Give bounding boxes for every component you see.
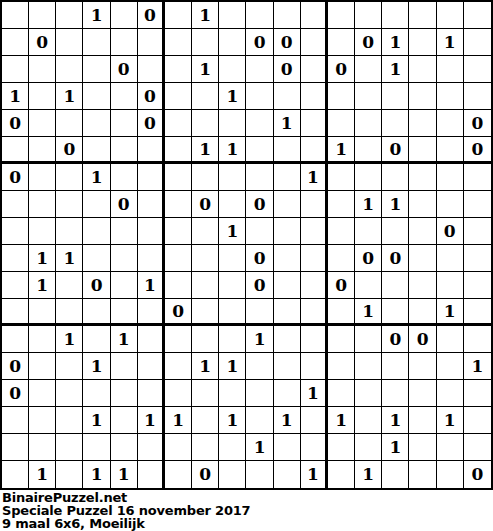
cell-r13c7[interactable] <box>165 326 192 353</box>
cell-r8c7[interactable] <box>165 191 192 218</box>
cell-r15c1: 0 <box>2 380 29 407</box>
cell-r11c16[interactable] <box>409 272 436 299</box>
cell-r9c18[interactable] <box>464 218 491 245</box>
cell-r13c17[interactable] <box>437 326 464 353</box>
cell-r15c8[interactable] <box>192 380 219 407</box>
cell-r7c7[interactable] <box>165 164 192 191</box>
cell-r15c13[interactable] <box>328 380 355 407</box>
cell-r3c12[interactable] <box>301 56 328 83</box>
cell-r2c10: 0 <box>246 29 273 56</box>
cell-r4c15[interactable] <box>382 83 409 110</box>
cell-r18c3[interactable] <box>56 461 83 488</box>
cell-r5c16[interactable] <box>409 110 436 137</box>
cell-r7c16[interactable] <box>409 164 436 191</box>
cell-r11c11[interactable] <box>274 272 301 299</box>
cell-r1c15[interactable] <box>382 2 409 29</box>
cell-r4c12[interactable] <box>301 83 328 110</box>
cell-r2c13[interactable] <box>328 29 355 56</box>
cell-r5c8[interactable] <box>192 110 219 137</box>
cell-r16c4: 1 <box>83 407 110 434</box>
cell-r14c17[interactable] <box>437 353 464 380</box>
cell-r9c12[interactable] <box>301 218 328 245</box>
cell-r7c6[interactable] <box>138 164 165 191</box>
cell-r2c16[interactable] <box>409 29 436 56</box>
cell-r14c12[interactable] <box>301 353 328 380</box>
cell-r9c17: 0 <box>437 218 464 245</box>
cell-r14c14[interactable] <box>355 353 382 380</box>
cell-r9c4[interactable] <box>83 218 110 245</box>
cell-r10c6[interactable] <box>138 245 165 272</box>
cell-r10c17[interactable] <box>437 245 464 272</box>
cell-r7c4: 1 <box>83 164 110 191</box>
cell-r6c11[interactable] <box>274 137 301 164</box>
cell-r3c14[interactable] <box>355 56 382 83</box>
cell-r18c6[interactable] <box>138 461 165 488</box>
cell-r16c12[interactable] <box>301 407 328 434</box>
cell-r11c14[interactable] <box>355 272 382 299</box>
cell-r10c4[interactable] <box>83 245 110 272</box>
cell-r1c10[interactable] <box>246 2 273 29</box>
cell-r17c7[interactable] <box>165 434 192 461</box>
cell-r17c4[interactable] <box>83 434 110 461</box>
cell-r12c16[interactable] <box>409 299 436 326</box>
cell-r5c15[interactable] <box>382 110 409 137</box>
cell-r5c5[interactable] <box>111 110 138 137</box>
cell-r10c12[interactable] <box>301 245 328 272</box>
cell-r14c15[interactable] <box>382 353 409 380</box>
cell-r16c18[interactable] <box>464 407 491 434</box>
cell-r1c8: 1 <box>192 2 219 29</box>
cell-r3c17[interactable] <box>437 56 464 83</box>
cell-r17c1[interactable] <box>2 434 29 461</box>
cell-r12c11[interactable] <box>274 299 301 326</box>
cell-r1c16[interactable] <box>409 2 436 29</box>
cell-r15c11[interactable] <box>274 380 301 407</box>
cell-r6c4[interactable] <box>83 137 110 164</box>
cell-r13c9[interactable] <box>219 326 246 353</box>
cell-r4c7[interactable] <box>165 83 192 110</box>
cell-r8c11[interactable] <box>274 191 301 218</box>
cell-r12c6[interactable] <box>138 299 165 326</box>
cell-r16c8[interactable] <box>192 407 219 434</box>
cell-r6c6[interactable] <box>138 137 165 164</box>
cell-r1c12[interactable] <box>301 2 328 29</box>
cell-r8c2[interactable] <box>29 191 56 218</box>
cell-r17c18[interactable] <box>464 434 491 461</box>
cell-r7c14[interactable] <box>355 164 382 191</box>
cell-r2c3[interactable] <box>56 29 83 56</box>
cell-r12c9[interactable] <box>219 299 246 326</box>
cell-r2c15: 1 <box>382 29 409 56</box>
cell-r15c6[interactable] <box>138 380 165 407</box>
cell-r1c13[interactable] <box>328 2 355 29</box>
cell-r11c4: 0 <box>83 272 110 299</box>
footer: BinairePuzzel.net Speciale Puzzel 16 nov… <box>0 490 493 530</box>
cell-r9c8[interactable] <box>192 218 219 245</box>
cell-r1c11[interactable] <box>274 2 301 29</box>
cell-r3c6[interactable] <box>138 56 165 83</box>
cell-r15c17[interactable] <box>437 380 464 407</box>
cell-r8c5: 0 <box>111 191 138 218</box>
cell-r17c12[interactable] <box>301 434 328 461</box>
cell-r17c13[interactable] <box>328 434 355 461</box>
cell-r3c1[interactable] <box>2 56 29 83</box>
cell-r9c1[interactable] <box>2 218 29 245</box>
cell-r2c12[interactable] <box>301 29 328 56</box>
cell-r10c18[interactable] <box>464 245 491 272</box>
cell-r1c3[interactable] <box>56 2 83 29</box>
cell-r17c2[interactable] <box>29 434 56 461</box>
cell-r8c15: 1 <box>382 191 409 218</box>
cell-r16c10[interactable] <box>246 407 273 434</box>
cell-r5c17[interactable] <box>437 110 464 137</box>
cell-r4c17[interactable] <box>437 83 464 110</box>
cell-r14c10[interactable] <box>246 353 273 380</box>
cell-r4c4[interactable] <box>83 83 110 110</box>
cell-r9c10[interactable] <box>246 218 273 245</box>
cell-r8c18[interactable] <box>464 191 491 218</box>
cell-r7c15[interactable] <box>382 164 409 191</box>
cell-r11c6: 1 <box>138 272 165 299</box>
cell-r17c8[interactable] <box>192 434 219 461</box>
cell-r3c5: 0 <box>111 56 138 83</box>
cell-r10c5[interactable] <box>111 245 138 272</box>
cell-r10c10: 0 <box>246 245 273 272</box>
cell-r4c14[interactable] <box>355 83 382 110</box>
cell-r14c16[interactable] <box>409 353 436 380</box>
cell-r15c7[interactable] <box>165 380 192 407</box>
cell-r10c9[interactable] <box>219 245 246 272</box>
cell-r11c10: 0 <box>246 272 273 299</box>
cell-r3c15: 1 <box>382 56 409 83</box>
cell-r16c16[interactable] <box>409 407 436 434</box>
cell-r16c11: 1 <box>274 407 301 434</box>
cell-r14c18: 1 <box>464 353 491 380</box>
cell-r1c14[interactable] <box>355 2 382 29</box>
cell-r12c2[interactable] <box>29 299 56 326</box>
cell-r4c5[interactable] <box>111 83 138 110</box>
cell-r2c4[interactable] <box>83 29 110 56</box>
cell-r1c6: 0 <box>138 2 165 29</box>
cell-r14c6[interactable] <box>138 353 165 380</box>
cell-r5c13[interactable] <box>328 110 355 137</box>
cell-r11c7[interactable] <box>165 272 192 299</box>
cell-r4c18[interactable] <box>464 83 491 110</box>
cell-r18c17[interactable] <box>437 461 464 488</box>
cell-r7c13[interactable] <box>328 164 355 191</box>
cell-r18c1[interactable] <box>2 461 29 488</box>
cell-r3c8: 1 <box>192 56 219 83</box>
cell-r4c13[interactable] <box>328 83 355 110</box>
cell-r6c7[interactable] <box>165 137 192 164</box>
cell-r12c8[interactable] <box>192 299 219 326</box>
cell-r3c10[interactable] <box>246 56 273 83</box>
cell-r16c3[interactable] <box>56 407 83 434</box>
cell-r1c9[interactable] <box>219 2 246 29</box>
cell-r18c16[interactable] <box>409 461 436 488</box>
cell-r13c10: 1 <box>246 326 273 353</box>
cell-r9c14[interactable] <box>355 218 382 245</box>
cell-r10c7[interactable] <box>165 245 192 272</box>
cell-r13c15: 0 <box>382 326 409 353</box>
cell-r16c5[interactable] <box>111 407 138 434</box>
cell-r2c6[interactable] <box>138 29 165 56</box>
cell-r13c14[interactable] <box>355 326 382 353</box>
cell-r10c13[interactable] <box>328 245 355 272</box>
cell-r10c2: 1 <box>29 245 56 272</box>
cell-r18c15[interactable] <box>382 461 409 488</box>
cell-r7c12: 1 <box>301 164 328 191</box>
cell-r4c1: 1 <box>2 83 29 110</box>
cell-r15c10[interactable] <box>246 380 273 407</box>
cell-r13c6[interactable] <box>138 326 165 353</box>
cell-r9c15[interactable] <box>382 218 409 245</box>
cell-r5c3[interactable] <box>56 110 83 137</box>
cell-r13c11[interactable] <box>274 326 301 353</box>
cell-r2c11: 0 <box>274 29 301 56</box>
cell-r6c12[interactable] <box>301 137 328 164</box>
cell-r5c10[interactable] <box>246 110 273 137</box>
cell-r4c16[interactable] <box>409 83 436 110</box>
cell-r16c1[interactable] <box>2 407 29 434</box>
cell-r15c18[interactable] <box>464 380 491 407</box>
cell-r2c2: 0 <box>29 29 56 56</box>
cell-r9c16[interactable] <box>409 218 436 245</box>
cell-r12c15[interactable] <box>382 299 409 326</box>
cell-r14c2[interactable] <box>29 353 56 380</box>
cell-r13c2[interactable] <box>29 326 56 353</box>
cell-r4c8[interactable] <box>192 83 219 110</box>
cell-r18c8: 0 <box>192 461 219 488</box>
cell-r8c3[interactable] <box>56 191 83 218</box>
cell-r18c12: 1 <box>301 461 328 488</box>
cell-r15c9[interactable] <box>219 380 246 407</box>
cell-r3c4[interactable] <box>83 56 110 83</box>
cell-r13c1[interactable] <box>2 326 29 353</box>
cell-r12c14: 1 <box>355 299 382 326</box>
cell-r10c3: 1 <box>56 245 83 272</box>
cell-r14c8: 1 <box>192 353 219 380</box>
cell-r6c8: 1 <box>192 137 219 164</box>
cell-r14c7[interactable] <box>165 353 192 380</box>
cell-r1c7[interactable] <box>165 2 192 29</box>
cell-r15c3[interactable] <box>56 380 83 407</box>
cell-r7c5[interactable] <box>111 164 138 191</box>
cell-r8c13[interactable] <box>328 191 355 218</box>
cell-r18c14: 1 <box>355 461 382 488</box>
cell-r13c16: 0 <box>409 326 436 353</box>
cell-r12c3[interactable] <box>56 299 83 326</box>
cell-r11c17[interactable] <box>437 272 464 299</box>
cell-r16c15: 1 <box>382 407 409 434</box>
cell-r1c4: 1 <box>83 2 110 29</box>
cell-r7c3[interactable] <box>56 164 83 191</box>
cell-r11c9[interactable] <box>219 272 246 299</box>
cell-r5c2[interactable] <box>29 110 56 137</box>
cell-r2c18[interactable] <box>464 29 491 56</box>
cell-r14c13[interactable] <box>328 353 355 380</box>
cell-r5c7[interactable] <box>165 110 192 137</box>
cell-r7c8[interactable] <box>192 164 219 191</box>
cell-r18c9[interactable] <box>219 461 246 488</box>
cell-r12c17: 1 <box>437 299 464 326</box>
cell-r11c15[interactable] <box>382 272 409 299</box>
cell-r2c9[interactable] <box>219 29 246 56</box>
cell-r2c1[interactable] <box>2 29 29 56</box>
cell-r17c17[interactable] <box>437 434 464 461</box>
cell-r8c16[interactable] <box>409 191 436 218</box>
cell-r15c5[interactable] <box>111 380 138 407</box>
cell-r1c1[interactable] <box>2 2 29 29</box>
cell-r16c2[interactable] <box>29 407 56 434</box>
cell-r11c12[interactable] <box>301 272 328 299</box>
cell-r11c1[interactable] <box>2 272 29 299</box>
cell-r6c16[interactable] <box>409 137 436 164</box>
cell-r13c8[interactable] <box>192 326 219 353</box>
cell-r15c12: 1 <box>301 380 328 407</box>
cell-r8c10: 0 <box>246 191 273 218</box>
cell-r6c10[interactable] <box>246 137 273 164</box>
cell-r7c10[interactable] <box>246 164 273 191</box>
cell-r8c1[interactable] <box>2 191 29 218</box>
cell-r14c4: 1 <box>83 353 110 380</box>
cell-r16c14[interactable] <box>355 407 382 434</box>
cell-r3c18[interactable] <box>464 56 491 83</box>
cell-r2c5[interactable] <box>111 29 138 56</box>
cell-r11c3[interactable] <box>56 272 83 299</box>
cell-r4c10[interactable] <box>246 83 273 110</box>
cell-r4c2[interactable] <box>29 83 56 110</box>
cell-r6c14[interactable] <box>355 137 382 164</box>
cell-r18c13[interactable] <box>328 461 355 488</box>
cell-r4c6: 0 <box>138 83 165 110</box>
cell-r10c8[interactable] <box>192 245 219 272</box>
cell-r2c8[interactable] <box>192 29 219 56</box>
cell-r10c14: 0 <box>355 245 382 272</box>
cell-r17c3[interactable] <box>56 434 83 461</box>
cell-r9c7[interactable] <box>165 218 192 245</box>
cell-r12c4[interactable] <box>83 299 110 326</box>
cell-r18c11[interactable] <box>274 461 301 488</box>
cell-r9c2[interactable] <box>29 218 56 245</box>
cell-r8c9[interactable] <box>219 191 246 218</box>
cell-r7c1: 0 <box>2 164 29 191</box>
cell-r7c2[interactable] <box>29 164 56 191</box>
cell-r1c5[interactable] <box>111 2 138 29</box>
cell-r13c4[interactable] <box>83 326 110 353</box>
cell-r6c1[interactable] <box>2 137 29 164</box>
cell-r11c18[interactable] <box>464 272 491 299</box>
cell-r14c5[interactable] <box>111 353 138 380</box>
cell-r9c5[interactable] <box>111 218 138 245</box>
cell-r16c6: 1 <box>138 407 165 434</box>
cell-r18c7[interactable] <box>165 461 192 488</box>
cell-r12c12[interactable] <box>301 299 328 326</box>
cell-r12c18[interactable] <box>464 299 491 326</box>
cell-r11c5[interactable] <box>111 272 138 299</box>
cell-r11c8[interactable] <box>192 272 219 299</box>
cell-r16c17: 1 <box>437 407 464 434</box>
cell-r8c8: 0 <box>192 191 219 218</box>
cell-r15c14[interactable] <box>355 380 382 407</box>
board: 1010000110100111010010011100011000111011… <box>0 0 493 490</box>
cell-r10c1[interactable] <box>2 245 29 272</box>
cell-r5c12[interactable] <box>301 110 328 137</box>
cell-r8c12[interactable] <box>301 191 328 218</box>
cell-r13c12[interactable] <box>301 326 328 353</box>
cell-r6c2[interactable] <box>29 137 56 164</box>
cell-r12c1[interactable] <box>2 299 29 326</box>
cell-r17c10: 1 <box>246 434 273 461</box>
cell-r6c17[interactable] <box>437 137 464 164</box>
cell-r10c15: 0 <box>382 245 409 272</box>
cell-r10c16[interactable] <box>409 245 436 272</box>
cell-r17c16[interactable] <box>409 434 436 461</box>
cell-r7c9[interactable] <box>219 164 246 191</box>
cell-r14c11[interactable] <box>274 353 301 380</box>
cell-r4c11[interactable] <box>274 83 301 110</box>
cell-r17c11[interactable] <box>274 434 301 461</box>
cell-r15c15[interactable] <box>382 380 409 407</box>
cell-r1c18[interactable] <box>464 2 491 29</box>
cell-r1c2[interactable] <box>29 2 56 29</box>
cell-r7c17[interactable] <box>437 164 464 191</box>
cell-r16c9: 1 <box>219 407 246 434</box>
cell-r12c13[interactable] <box>328 299 355 326</box>
cell-r5c14[interactable] <box>355 110 382 137</box>
cell-r3c16[interactable] <box>409 56 436 83</box>
cell-r18c10[interactable] <box>246 461 273 488</box>
cell-r5c4[interactable] <box>83 110 110 137</box>
cell-r16c13: 1 <box>328 407 355 434</box>
cell-r3c9[interactable] <box>219 56 246 83</box>
cell-r3c7[interactable] <box>165 56 192 83</box>
cell-r2c17: 1 <box>437 29 464 56</box>
cell-r13c5: 1 <box>111 326 138 353</box>
cell-r17c14[interactable] <box>355 434 382 461</box>
cell-r1c17[interactable] <box>437 2 464 29</box>
cell-r15c2[interactable] <box>29 380 56 407</box>
cell-r12c10[interactable] <box>246 299 273 326</box>
cell-r3c3[interactable] <box>56 56 83 83</box>
cell-r13c13[interactable] <box>328 326 355 353</box>
cell-r15c16[interactable] <box>409 380 436 407</box>
cell-r15c4[interactable] <box>83 380 110 407</box>
cell-r13c18[interactable] <box>464 326 491 353</box>
cell-r10c11[interactable] <box>274 245 301 272</box>
cell-r9c13[interactable] <box>328 218 355 245</box>
cell-r5c9[interactable] <box>219 110 246 137</box>
cell-r9c11[interactable] <box>274 218 301 245</box>
cell-r9c6[interactable] <box>138 218 165 245</box>
cell-r8c17[interactable] <box>437 191 464 218</box>
cell-r14c3[interactable] <box>56 353 83 380</box>
cell-r6c5[interactable] <box>111 137 138 164</box>
cell-r8c6[interactable] <box>138 191 165 218</box>
cell-r7c11[interactable] <box>274 164 301 191</box>
cell-r12c5[interactable] <box>111 299 138 326</box>
cell-r9c3[interactable] <box>56 218 83 245</box>
cell-r17c9[interactable] <box>219 434 246 461</box>
cell-r17c5[interactable] <box>111 434 138 461</box>
cell-r17c6[interactable] <box>138 434 165 461</box>
cell-r7c18[interactable] <box>464 164 491 191</box>
cell-r8c4[interactable] <box>83 191 110 218</box>
cell-r14c9: 1 <box>219 353 246 380</box>
cell-r4c9: 1 <box>219 83 246 110</box>
cell-r2c7[interactable] <box>165 29 192 56</box>
cell-r3c2[interactable] <box>29 56 56 83</box>
